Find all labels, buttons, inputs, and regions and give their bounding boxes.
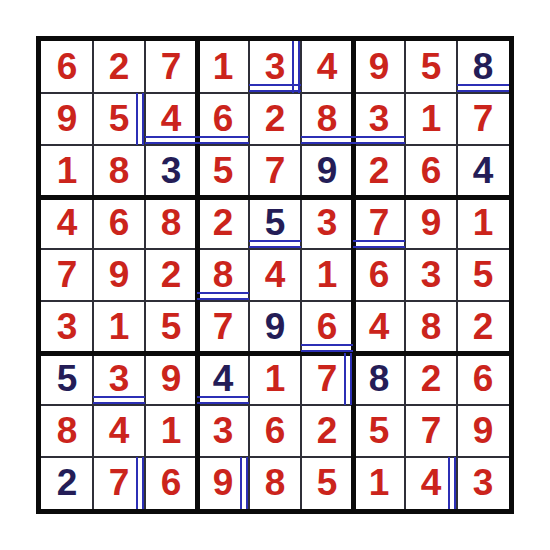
box-line-vertical [195,41,200,509]
grid-line-vertical [144,41,146,509]
cell-r3c2[interactable]: 8 [93,145,145,197]
cell-r3c9[interactable]: 4 [457,145,509,197]
box-line-horizontal [41,351,509,356]
sudoku-board: 6271349589546283171835792644682537917928… [36,36,514,514]
cell-r6c9[interactable]: 2 [457,301,509,353]
grid-line-vertical [456,41,458,509]
consecutive-mark-h-r7c2 [93,396,145,404]
cell-r2c5[interactable]: 2 [249,93,301,145]
cell-r9c5[interactable]: 8 [249,457,301,509]
page: { "game": "consecutive-sudoku", "board_s… [0,0,550,550]
cell-r1c1[interactable]: 6 [41,41,93,93]
cell-r4c2[interactable]: 6 [93,197,145,249]
grid-line-vertical [404,41,406,509]
consecutive-mark-v-r1c5 [292,41,300,93]
consecutive-mark-h-r2c6 [301,136,353,144]
cell-r5c8[interactable]: 3 [405,249,457,301]
cell-r6c8[interactable]: 8 [405,301,457,353]
grid-line-horizontal [41,404,509,406]
consecutive-mark-h-r5c4 [197,292,249,300]
cell-r3c4[interactable]: 5 [197,145,249,197]
cell-r7c9[interactable]: 6 [457,353,509,405]
grid-line-vertical [92,41,94,509]
cell-r7c1[interactable]: 5 [41,353,93,405]
cell-r5c1[interactable]: 7 [41,249,93,301]
cell-r1c3[interactable]: 7 [145,41,197,93]
cell-r7c7[interactable]: 8 [353,353,405,405]
cell-r6c7[interactable]: 4 [353,301,405,353]
cell-r9c3[interactable]: 6 [145,457,197,509]
sudoku-cells: 6271349589546283171835792644682537917928… [41,41,509,509]
consecutive-mark-h-r6c6 [301,344,353,352]
cell-r6c5[interactable]: 9 [249,301,301,353]
cell-r4c9[interactable]: 1 [457,197,509,249]
cell-r5c9[interactable]: 5 [457,249,509,301]
cell-r9c1[interactable]: 2 [41,457,93,509]
consecutive-mark-v-r9c4 [240,457,248,509]
box-line-horizontal [41,195,509,200]
cell-r8c2[interactable]: 4 [93,405,145,457]
cell-r4c8[interactable]: 9 [405,197,457,249]
cell-r3c1[interactable]: 1 [41,145,93,197]
cell-r1c8[interactable]: 5 [405,41,457,93]
box-line-vertical [351,41,356,509]
consecutive-mark-v-r9c2 [136,457,144,509]
consecutive-mark-h-r7c4 [197,396,249,404]
grid-line-vertical [248,41,250,509]
cell-r9c9[interactable]: 3 [457,457,509,509]
consecutive-mark-h-r2c7 [353,136,405,144]
cell-r6c1[interactable]: 3 [41,301,93,353]
cell-r8c4[interactable]: 3 [197,405,249,457]
consecutive-mark-h-r1c9 [457,84,509,92]
cell-r8c5[interactable]: 6 [249,405,301,457]
cell-r6c2[interactable]: 1 [93,301,145,353]
cell-r4c4[interactable]: 2 [197,197,249,249]
cell-r5c3[interactable]: 2 [145,249,197,301]
cell-r3c5[interactable]: 7 [249,145,301,197]
cell-r8c6[interactable]: 2 [301,405,353,457]
cell-r7c5[interactable]: 1 [249,353,301,405]
cell-r5c2[interactable]: 9 [93,249,145,301]
cell-r4c1[interactable]: 4 [41,197,93,249]
cell-r7c3[interactable]: 9 [145,353,197,405]
grid-line-horizontal [41,144,509,146]
cell-r9c6[interactable]: 5 [301,457,353,509]
cell-r6c3[interactable]: 5 [145,301,197,353]
cell-r1c2[interactable]: 2 [93,41,145,93]
grid-line-horizontal [41,248,509,250]
cell-r8c3[interactable]: 1 [145,405,197,457]
cell-r2c9[interactable]: 7 [457,93,509,145]
cell-r7c8[interactable]: 2 [405,353,457,405]
consecutive-mark-h-r4c5 [249,240,301,248]
consecutive-mark-v-r9c8 [448,457,456,509]
cell-r5c6[interactable]: 1 [301,249,353,301]
cell-r4c3[interactable]: 8 [145,197,197,249]
cell-r3c8[interactable]: 6 [405,145,457,197]
cell-r2c8[interactable]: 1 [405,93,457,145]
grid-line-horizontal [41,92,509,94]
cell-r5c5[interactable]: 4 [249,249,301,301]
consecutive-mark-h-r2c4 [197,136,249,144]
grid-line-horizontal [41,300,509,302]
cell-r3c3[interactable]: 3 [145,145,197,197]
cell-r8c1[interactable]: 8 [41,405,93,457]
cell-r1c7[interactable]: 9 [353,41,405,93]
cell-r3c7[interactable]: 2 [353,145,405,197]
grid-line-horizontal [41,456,509,458]
cell-r8c8[interactable]: 7 [405,405,457,457]
grid-line-vertical [300,41,302,509]
cell-r1c6[interactable]: 4 [301,41,353,93]
cell-r8c7[interactable]: 5 [353,405,405,457]
cell-r9c7[interactable]: 1 [353,457,405,509]
cell-r3c6[interactable]: 9 [301,145,353,197]
cell-r1c4[interactable]: 1 [197,41,249,93]
consecutive-mark-h-r2c3 [145,136,197,144]
cell-r4c6[interactable]: 3 [301,197,353,249]
cell-r2c1[interactable]: 9 [41,93,93,145]
cell-r8c9[interactable]: 9 [457,405,509,457]
cell-r5c7[interactable]: 6 [353,249,405,301]
consecutive-mark-v-r2c2 [136,93,144,145]
consecutive-mark-v-r7c6 [344,353,352,405]
cell-r6c4[interactable]: 7 [197,301,249,353]
consecutive-mark-h-r4c7 [353,240,405,248]
